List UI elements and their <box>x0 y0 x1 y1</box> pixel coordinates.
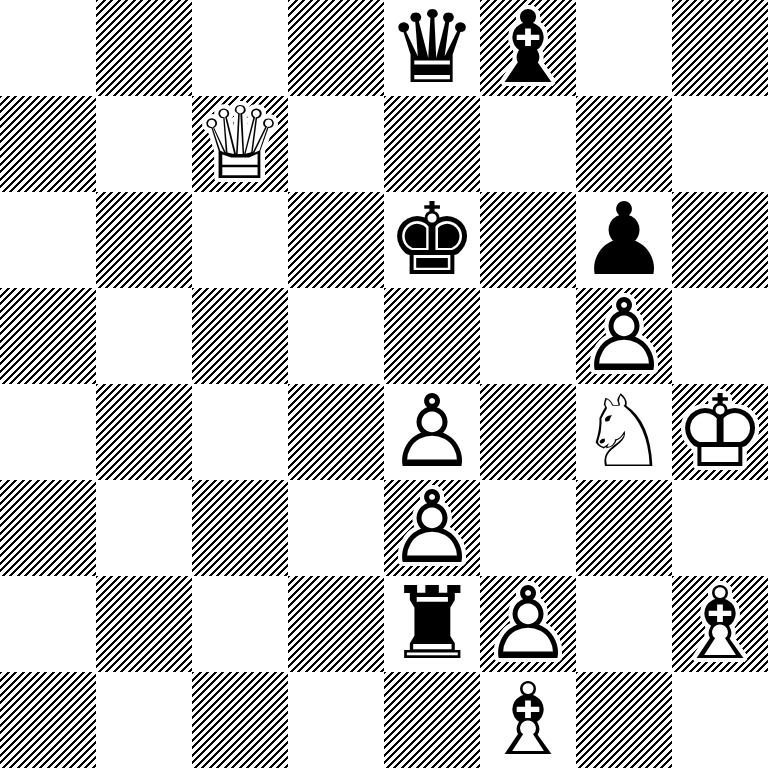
piece-black-queen[interactable]: ♛♛ <box>384 0 480 96</box>
piece-glyph: ♔ <box>672 384 768 480</box>
square-g4[interactable]: ♞♘ <box>576 384 672 480</box>
piece-black-bishop[interactable]: ♝♝ <box>480 0 576 96</box>
piece-black-rook[interactable]: ♜♜ <box>384 576 480 672</box>
square-g3[interactable] <box>576 480 672 576</box>
square-c8[interactable] <box>192 0 288 96</box>
piece-glyph: ♟ <box>576 192 672 288</box>
square-h1[interactable] <box>672 672 768 768</box>
piece-black-pawn[interactable]: ♟♟ <box>576 192 672 288</box>
square-e6[interactable]: ♚♚ <box>384 192 480 288</box>
square-b5[interactable] <box>96 288 192 384</box>
square-e8[interactable]: ♛♛ <box>384 0 480 96</box>
piece-white-pawn[interactable]: ♟♙ <box>384 384 480 480</box>
square-b6[interactable] <box>96 192 192 288</box>
square-b8[interactable] <box>96 0 192 96</box>
square-c1[interactable] <box>192 672 288 768</box>
square-h7[interactable] <box>672 96 768 192</box>
square-d3[interactable] <box>288 480 384 576</box>
square-e2[interactable]: ♜♜ <box>384 576 480 672</box>
square-b7[interactable] <box>96 96 192 192</box>
square-c4[interactable] <box>192 384 288 480</box>
square-d7[interactable] <box>288 96 384 192</box>
piece-glyph: ♚ <box>384 192 480 288</box>
square-f1[interactable]: ♝♗ <box>480 672 576 768</box>
square-b1[interactable] <box>96 672 192 768</box>
square-d8[interactable] <box>288 0 384 96</box>
piece-glyph: ♙ <box>384 480 480 576</box>
piece-glyph: ♕ <box>192 96 288 192</box>
square-e1[interactable] <box>384 672 480 768</box>
square-f8[interactable]: ♝♝ <box>480 0 576 96</box>
square-e3[interactable]: ♟♙ <box>384 480 480 576</box>
square-d4[interactable] <box>288 384 384 480</box>
square-a2[interactable] <box>0 576 96 672</box>
square-f4[interactable] <box>480 384 576 480</box>
square-b4[interactable] <box>96 384 192 480</box>
square-a7[interactable] <box>0 96 96 192</box>
square-c2[interactable] <box>192 576 288 672</box>
square-a8[interactable] <box>0 0 96 96</box>
piece-white-bishop[interactable]: ♝♗ <box>672 576 768 672</box>
piece-white-pawn[interactable]: ♟♙ <box>480 576 576 672</box>
piece-white-pawn[interactable]: ♟♙ <box>384 480 480 576</box>
piece-glyph: ♗ <box>672 576 768 672</box>
square-f2[interactable]: ♟♙ <box>480 576 576 672</box>
square-d1[interactable] <box>288 672 384 768</box>
square-h3[interactable] <box>672 480 768 576</box>
square-a1[interactable] <box>0 672 96 768</box>
square-f3[interactable] <box>480 480 576 576</box>
square-h5[interactable] <box>672 288 768 384</box>
square-a4[interactable] <box>0 384 96 480</box>
square-c5[interactable] <box>192 288 288 384</box>
piece-glyph: ♜ <box>384 576 480 672</box>
square-e5[interactable] <box>384 288 480 384</box>
piece-white-queen[interactable]: ♛♕ <box>192 96 288 192</box>
square-d6[interactable] <box>288 192 384 288</box>
square-g6[interactable]: ♟♟ <box>576 192 672 288</box>
square-c7[interactable]: ♛♕ <box>192 96 288 192</box>
piece-glyph: ♙ <box>480 576 576 672</box>
square-c6[interactable] <box>192 192 288 288</box>
piece-glyph: ♙ <box>384 384 480 480</box>
square-f6[interactable] <box>480 192 576 288</box>
square-a6[interactable] <box>0 192 96 288</box>
square-h6[interactable] <box>672 192 768 288</box>
square-f5[interactable] <box>480 288 576 384</box>
square-a3[interactable] <box>0 480 96 576</box>
piece-glyph: ♙ <box>576 288 672 384</box>
piece-white-king[interactable]: ♚♔ <box>672 384 768 480</box>
square-g7[interactable] <box>576 96 672 192</box>
chess-board: ♛♛♝♝♛♕♚♚♟♟♟♙♟♙♞♘♚♔♟♙♜♜♟♙♝♗♝♗ <box>0 0 768 768</box>
square-a5[interactable] <box>0 288 96 384</box>
square-g5[interactable]: ♟♙ <box>576 288 672 384</box>
square-g2[interactable] <box>576 576 672 672</box>
square-e4[interactable]: ♟♙ <box>384 384 480 480</box>
square-d5[interactable] <box>288 288 384 384</box>
square-h4[interactable]: ♚♔ <box>672 384 768 480</box>
piece-glyph: ♝ <box>480 0 576 96</box>
piece-white-knight[interactable]: ♞♘ <box>576 384 672 480</box>
square-b2[interactable] <box>96 576 192 672</box>
piece-glyph: ♛ <box>384 0 480 96</box>
square-h8[interactable] <box>672 0 768 96</box>
square-g8[interactable] <box>576 0 672 96</box>
square-b3[interactable] <box>96 480 192 576</box>
square-e7[interactable] <box>384 96 480 192</box>
piece-glyph: ♗ <box>480 672 576 768</box>
piece-glyph: ♘ <box>576 384 672 480</box>
square-h2[interactable]: ♝♗ <box>672 576 768 672</box>
square-c3[interactable] <box>192 480 288 576</box>
square-f7[interactable] <box>480 96 576 192</box>
square-d2[interactable] <box>288 576 384 672</box>
piece-black-king[interactable]: ♚♚ <box>384 192 480 288</box>
square-g1[interactable] <box>576 672 672 768</box>
piece-white-bishop[interactable]: ♝♗ <box>480 672 576 768</box>
piece-white-pawn[interactable]: ♟♙ <box>576 288 672 384</box>
